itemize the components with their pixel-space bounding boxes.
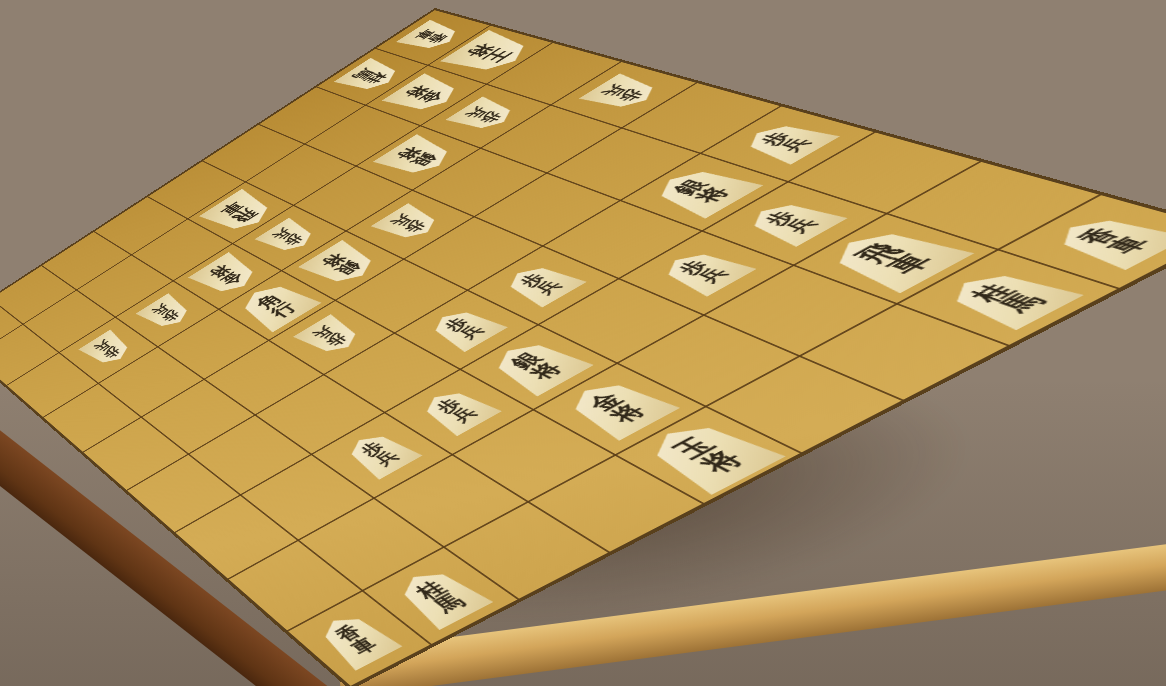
shogi-photo-scene: 香車桂馬王将金将飛車歩兵銀将歩兵金将歩兵歩兵歩兵歩兵銀将歩兵角行歩兵銀将歩兵歩兵…: [0, 0, 1166, 686]
